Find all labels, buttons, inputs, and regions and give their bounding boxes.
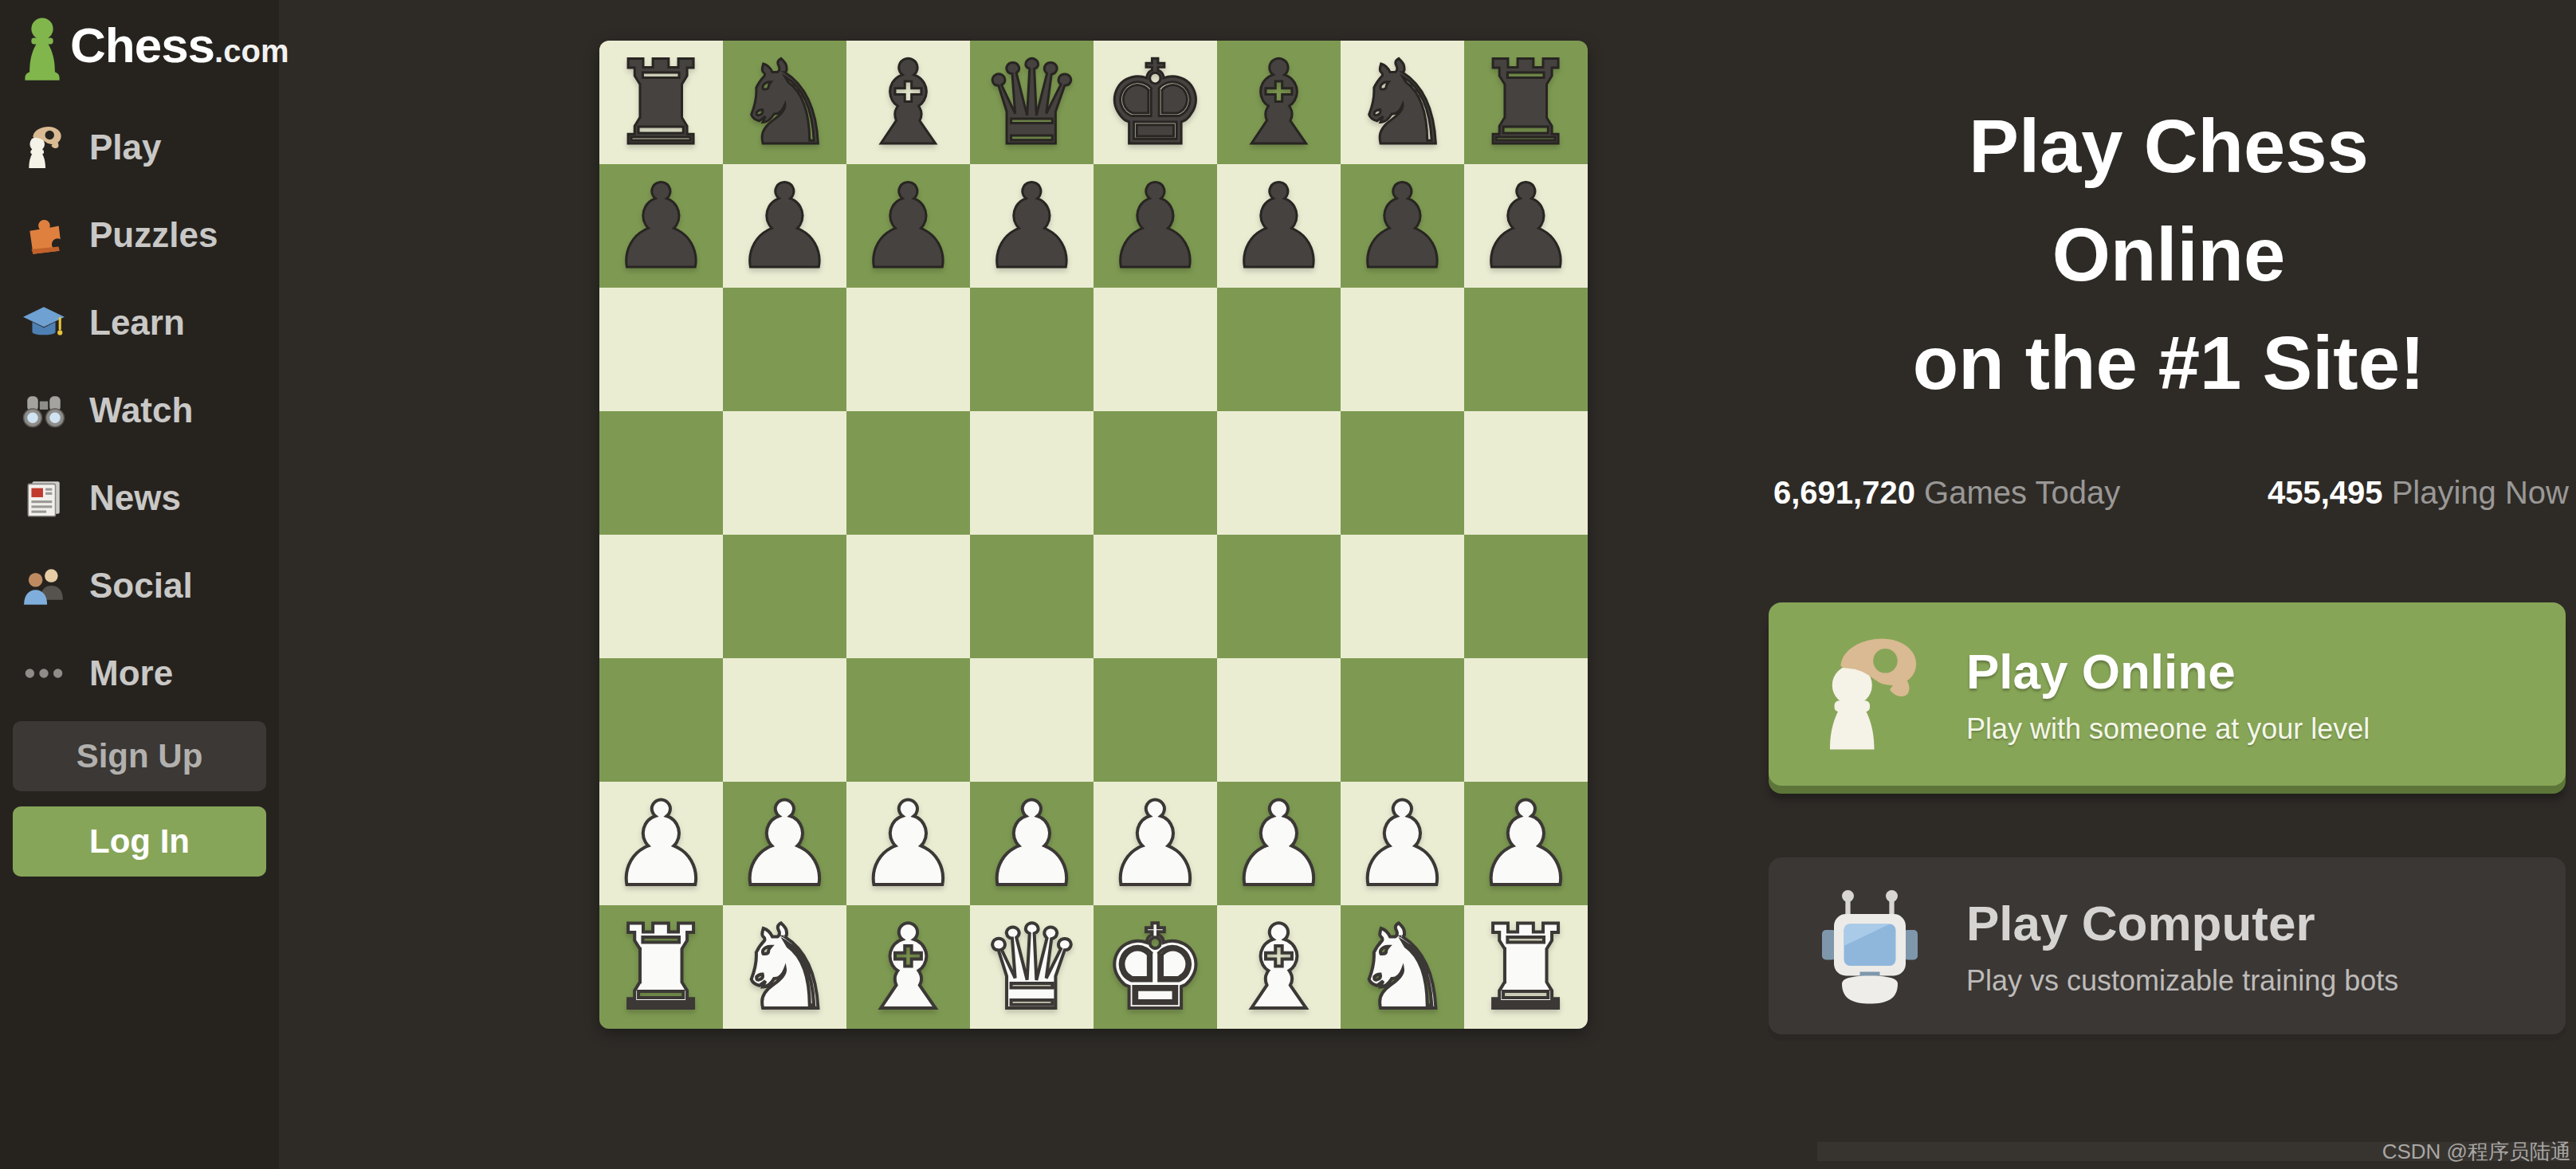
square-f7[interactable]: ♟ (1217, 164, 1341, 288)
square-d3[interactable] (970, 658, 1094, 782)
square-b7[interactable]: ♟ (723, 164, 846, 288)
square-d8[interactable]: ♛ (970, 41, 1094, 164)
watermark-text: CSDN @程序员陆通 (2382, 1138, 2576, 1166)
square-h5[interactable] (1464, 411, 1588, 535)
sidebar-item-label: News (89, 478, 181, 518)
square-f6[interactable] (1217, 288, 1341, 411)
square-d1[interactable]: ♛ (970, 905, 1094, 1029)
square-b4[interactable] (723, 535, 846, 658)
square-f2[interactable]: ♟ (1217, 782, 1341, 905)
hero-panel: Play Chess Online on the #1 Site! 6,691,… (1765, 0, 2572, 1169)
square-h2[interactable]: ♟ (1464, 782, 1588, 905)
square-e7[interactable]: ♟ (1094, 164, 1217, 288)
square-d7[interactable]: ♟ (970, 164, 1094, 288)
black-queen: ♛ (980, 45, 1084, 161)
white-knight: ♞ (732, 909, 837, 1026)
square-a6[interactable] (599, 288, 723, 411)
black-knight: ♞ (1350, 45, 1455, 161)
graduation-cap-icon (21, 300, 67, 346)
black-pawn: ♟ (1350, 168, 1455, 284)
white-pawn: ♟ (609, 786, 713, 902)
square-g4[interactable] (1341, 535, 1464, 658)
square-d6[interactable] (970, 288, 1094, 411)
square-e2[interactable]: ♟ (1094, 782, 1217, 905)
square-b2[interactable]: ♟ (723, 782, 846, 905)
white-pawn: ♟ (1474, 786, 1578, 902)
square-a2[interactable]: ♟ (599, 782, 723, 905)
sidebar: Chess.com Play (0, 0, 279, 1169)
square-h1[interactable]: ♜ (1464, 905, 1588, 1029)
play-online-text: Play Online Play with someone at your le… (1966, 643, 2370, 746)
square-e5[interactable] (1094, 411, 1217, 535)
square-f8[interactable]: ♝ (1217, 41, 1341, 164)
square-c5[interactable] (846, 411, 970, 535)
square-h7[interactable]: ♟ (1464, 164, 1588, 288)
white-bishop: ♝ (1227, 909, 1331, 1026)
log-in-button[interactable]: Log In (13, 806, 266, 877)
chess-board: ♜♞♝♛♚♝♞♜♟♟♟♟♟♟♟♟♟♟♟♟♟♟♟♟♜♞♝♛♚♝♞♜ (599, 41, 1588, 1029)
square-h8[interactable]: ♜ (1464, 41, 1588, 164)
square-c4[interactable] (846, 535, 970, 658)
square-h4[interactable] (1464, 535, 1588, 658)
live-stats: 6,691,720 Games Today 455,495 Playing No… (1773, 475, 2569, 511)
square-c3[interactable] (846, 658, 970, 782)
play-computer-text: Play Computer Play vs customizable train… (1966, 895, 2398, 998)
sidebar-item-learn[interactable]: Learn (0, 279, 279, 367)
logo-brand: Chess (70, 17, 214, 73)
people-icon (21, 563, 67, 609)
black-bishop: ♝ (856, 45, 960, 161)
playing-now-value: 455,495 (2268, 475, 2383, 510)
puzzle-icon (21, 212, 67, 258)
sidebar-item-social[interactable]: Social (0, 542, 279, 630)
square-h3[interactable] (1464, 658, 1588, 782)
white-pawn: ♟ (856, 786, 960, 902)
games-today-value: 6,691,720 (1773, 475, 1915, 510)
square-c8[interactable]: ♝ (846, 41, 970, 164)
square-b6[interactable] (723, 288, 846, 411)
logo-text: Chess.com (70, 17, 289, 81)
square-g2[interactable]: ♟ (1341, 782, 1464, 905)
square-g1[interactable]: ♞ (1341, 905, 1464, 1029)
sidebar-item-label: More (89, 653, 173, 693)
robot-icon (1810, 886, 1930, 1006)
sidebar-item-puzzles[interactable]: Puzzles (0, 191, 279, 279)
square-e8[interactable]: ♚ (1094, 41, 1217, 164)
sign-up-button[interactable]: Sign Up (13, 721, 266, 791)
square-h6[interactable] (1464, 288, 1588, 411)
square-b5[interactable] (723, 411, 846, 535)
square-b8[interactable]: ♞ (723, 41, 846, 164)
play-computer-button[interactable]: Play Computer Play vs customizable train… (1769, 857, 2566, 1034)
square-b1[interactable]: ♞ (723, 905, 846, 1029)
page-title: Play Chess Online on the #1 Site! (1765, 92, 2572, 418)
sidebar-item-watch[interactable]: Watch (0, 367, 279, 454)
square-e4[interactable] (1094, 535, 1217, 658)
play-computer-subtitle: Play vs customizable training bots (1966, 964, 2398, 998)
black-pawn: ♟ (1103, 168, 1207, 284)
black-knight: ♞ (732, 45, 837, 161)
square-d5[interactable] (970, 411, 1094, 535)
playing-now-label: Playing Now (2392, 475, 2569, 510)
white-king: ♚ (1103, 909, 1207, 1026)
playing-now-stat: 455,495 Playing Now (2268, 475, 2569, 511)
watermark-strip: CSDN @程序员陆通 (1817, 1142, 2576, 1161)
logo-tld: .com (214, 33, 289, 69)
square-a1[interactable]: ♜ (599, 905, 723, 1029)
title-line-3: on the #1 Site! (1765, 309, 2572, 418)
square-a4[interactable] (599, 535, 723, 658)
white-pawn: ♟ (1103, 786, 1207, 902)
black-king: ♚ (1103, 45, 1207, 161)
title-line-1: Play Chess (1765, 92, 2572, 201)
square-g3[interactable] (1341, 658, 1464, 782)
square-a3[interactable] (599, 658, 723, 782)
square-c1[interactable]: ♝ (846, 905, 970, 1029)
play-online-button[interactable]: Play Online Play with someone at your le… (1769, 602, 2566, 786)
square-e3[interactable] (1094, 658, 1217, 782)
white-rook: ♜ (609, 909, 713, 1026)
white-pawn: ♟ (1350, 786, 1455, 902)
sidebar-nav: Play Puzzles Learn (0, 104, 279, 717)
square-a7[interactable]: ♟ (599, 164, 723, 288)
white-knight: ♞ (1350, 909, 1455, 1026)
title-line-2: Online (1765, 201, 2572, 309)
ellipsis-icon (21, 650, 67, 696)
sidebar-item-label: Learn (89, 303, 185, 343)
sidebar-item-label: Play (89, 127, 162, 167)
white-pawn: ♟ (980, 786, 1084, 902)
games-today-label: Games Today (1924, 475, 2120, 510)
square-d2[interactable]: ♟ (970, 782, 1094, 905)
square-c2[interactable]: ♟ (846, 782, 970, 905)
square-e6[interactable] (1094, 288, 1217, 411)
black-pawn: ♟ (980, 168, 1084, 284)
black-bishop: ♝ (1227, 45, 1331, 161)
sidebar-item-play[interactable]: Play (0, 104, 279, 191)
black-rook: ♜ (609, 45, 713, 161)
white-pawn: ♟ (732, 786, 837, 902)
square-c7[interactable]: ♟ (846, 164, 970, 288)
square-g8[interactable]: ♞ (1341, 41, 1464, 164)
white-rook: ♜ (1474, 909, 1578, 1026)
square-d4[interactable] (970, 535, 1094, 658)
play-computer-title: Play Computer (1966, 895, 2398, 951)
square-a5[interactable] (599, 411, 723, 535)
games-today-stat: 6,691,720 Games Today (1773, 475, 2120, 511)
play-online-title: Play Online (1966, 643, 2370, 700)
white-pawn: ♟ (1227, 786, 1331, 902)
pawn-logo-icon (18, 14, 67, 81)
black-pawn: ♟ (856, 168, 960, 284)
hand-pawn-icon (1810, 634, 1930, 754)
black-pawn: ♟ (609, 168, 713, 284)
sidebar-item-label: Watch (89, 390, 193, 430)
sidebar-item-more[interactable]: More (0, 630, 279, 717)
binoculars-icon (21, 387, 67, 433)
sidebar-item-label: Puzzles (89, 215, 218, 255)
square-f5[interactable] (1217, 411, 1341, 535)
square-f3[interactable] (1217, 658, 1341, 782)
square-b3[interactable] (723, 658, 846, 782)
square-c6[interactable] (846, 288, 970, 411)
newspaper-icon (21, 475, 67, 521)
black-pawn: ♟ (732, 168, 837, 284)
white-queen: ♛ (980, 909, 1084, 1026)
square-a8[interactable]: ♜ (599, 41, 723, 164)
sidebar-item-news[interactable]: News (0, 454, 279, 542)
black-rook: ♜ (1474, 45, 1578, 161)
sidebar-item-label: Social (89, 566, 193, 606)
play-online-subtitle: Play with someone at your level (1966, 712, 2370, 746)
square-g7[interactable]: ♟ (1341, 164, 1464, 288)
square-f1[interactable]: ♝ (1217, 905, 1341, 1029)
hand-pawn-icon (21, 124, 67, 171)
black-pawn: ♟ (1474, 168, 1578, 284)
square-g6[interactable] (1341, 288, 1464, 411)
black-pawn: ♟ (1227, 168, 1331, 284)
square-g5[interactable] (1341, 411, 1464, 535)
chesscom-logo[interactable]: Chess.com (18, 14, 289, 81)
white-bishop: ♝ (856, 909, 960, 1026)
square-f4[interactable] (1217, 535, 1341, 658)
square-e1[interactable]: ♚ (1094, 905, 1217, 1029)
